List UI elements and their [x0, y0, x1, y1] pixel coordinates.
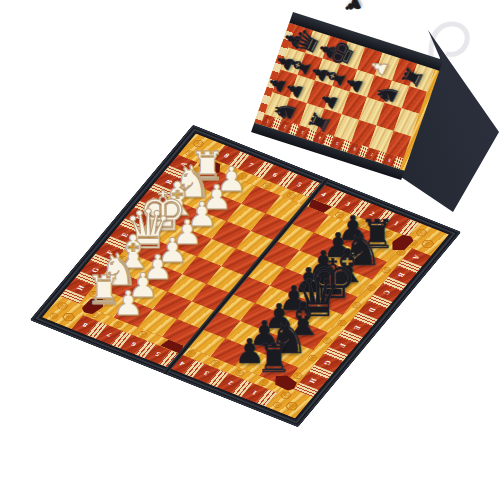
hexagon-icon: [412, 227, 429, 240]
white-pawn[interactable]: ♟: [102, 286, 154, 320]
folded-rim-piece: ♟: [340, 0, 364, 17]
hexagon-icon: [58, 311, 77, 325]
hexagon-icon: [277, 390, 294, 403]
black-rook[interactable]: ♜: [248, 338, 300, 378]
product-photo-scene: 12345678♟♛♟♚♟♜♟♝♟♝♟♞♟♟♟♞♜ ♟ 88AA77BB66CC…: [0, 0, 500, 500]
hexagon-icon: [53, 301, 70, 314]
hexagon-icon: [282, 400, 301, 414]
